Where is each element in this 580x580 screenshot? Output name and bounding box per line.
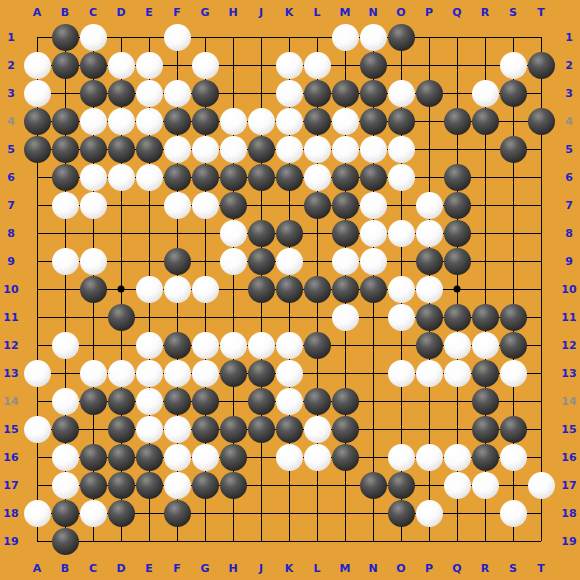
board-cell-B10[interactable] bbox=[51, 275, 79, 303]
board-cell-H6[interactable] bbox=[219, 163, 247, 191]
board-cell-E9[interactable] bbox=[135, 247, 163, 275]
board-cell-D2[interactable] bbox=[107, 51, 135, 79]
board-cell-K11[interactable] bbox=[275, 303, 303, 331]
board-cell-K1[interactable] bbox=[275, 23, 303, 51]
board-cell-E8[interactable] bbox=[135, 219, 163, 247]
board-cell-Q5[interactable] bbox=[443, 135, 471, 163]
board-cell-E7[interactable] bbox=[135, 191, 163, 219]
board-cell-L1[interactable] bbox=[303, 23, 331, 51]
board-cell-E4[interactable] bbox=[135, 107, 163, 135]
board-cell-K7[interactable] bbox=[275, 191, 303, 219]
board-cell-F15[interactable] bbox=[163, 415, 191, 443]
board-cell-O1[interactable] bbox=[387, 23, 415, 51]
board-cell-O11[interactable] bbox=[387, 303, 415, 331]
board-cell-K18[interactable] bbox=[275, 499, 303, 527]
board-cell-N5[interactable] bbox=[359, 135, 387, 163]
board-cell-D12[interactable] bbox=[107, 331, 135, 359]
board-cell-G2[interactable] bbox=[191, 51, 219, 79]
board-cell-F17[interactable] bbox=[163, 471, 191, 499]
board-cell-A5[interactable] bbox=[23, 135, 51, 163]
board-cell-J8[interactable] bbox=[247, 219, 275, 247]
board-cell-Q1[interactable] bbox=[443, 23, 471, 51]
board-cell-Q18[interactable] bbox=[443, 499, 471, 527]
board-cell-A3[interactable] bbox=[23, 79, 51, 107]
board-cell-S7[interactable] bbox=[499, 191, 527, 219]
board-cell-L2[interactable] bbox=[303, 51, 331, 79]
board-cell-B4[interactable] bbox=[51, 107, 79, 135]
board-cell-O9[interactable] bbox=[387, 247, 415, 275]
board-cell-R18[interactable] bbox=[471, 499, 499, 527]
board-cell-G9[interactable] bbox=[191, 247, 219, 275]
board-cell-R5[interactable] bbox=[471, 135, 499, 163]
board-cell-T16[interactable] bbox=[527, 443, 555, 471]
board-cell-E10[interactable] bbox=[135, 275, 163, 303]
board-cell-T2[interactable] bbox=[527, 51, 555, 79]
board-cell-S11[interactable] bbox=[499, 303, 527, 331]
board-cell-T14[interactable] bbox=[527, 387, 555, 415]
board-cell-Q12[interactable] bbox=[443, 331, 471, 359]
board-cell-M11[interactable] bbox=[331, 303, 359, 331]
board-cell-O8[interactable] bbox=[387, 219, 415, 247]
board-cell-Q13[interactable] bbox=[443, 359, 471, 387]
board-cell-J3[interactable] bbox=[247, 79, 275, 107]
board-cell-K16[interactable] bbox=[275, 443, 303, 471]
board-cell-B17[interactable] bbox=[51, 471, 79, 499]
board-cell-F12[interactable] bbox=[163, 331, 191, 359]
board-cell-D6[interactable] bbox=[107, 163, 135, 191]
board-cell-D1[interactable] bbox=[107, 23, 135, 51]
board-cell-G17[interactable] bbox=[191, 471, 219, 499]
board-cell-Q10[interactable] bbox=[443, 275, 471, 303]
board-cell-D7[interactable] bbox=[107, 191, 135, 219]
board-cell-A19[interactable] bbox=[23, 527, 51, 555]
board-cell-G19[interactable] bbox=[191, 527, 219, 555]
board-cell-N4[interactable] bbox=[359, 107, 387, 135]
board-cell-Q8[interactable] bbox=[443, 219, 471, 247]
board-cell-N13[interactable] bbox=[359, 359, 387, 387]
board-cell-Q2[interactable] bbox=[443, 51, 471, 79]
board-cell-K9[interactable] bbox=[275, 247, 303, 275]
board-cell-P15[interactable] bbox=[415, 415, 443, 443]
board-cell-J12[interactable] bbox=[247, 331, 275, 359]
board-cell-T17[interactable] bbox=[527, 471, 555, 499]
board-cell-A15[interactable] bbox=[23, 415, 51, 443]
board-cell-K3[interactable] bbox=[275, 79, 303, 107]
board-cell-O5[interactable] bbox=[387, 135, 415, 163]
board-cell-L15[interactable] bbox=[303, 415, 331, 443]
board-cell-M16[interactable] bbox=[331, 443, 359, 471]
board-cell-T8[interactable] bbox=[527, 219, 555, 247]
board-cell-P12[interactable] bbox=[415, 331, 443, 359]
board-cell-S1[interactable] bbox=[499, 23, 527, 51]
board-cell-R12[interactable] bbox=[471, 331, 499, 359]
board-cell-S14[interactable] bbox=[499, 387, 527, 415]
board-cell-R15[interactable] bbox=[471, 415, 499, 443]
board-cell-N8[interactable] bbox=[359, 219, 387, 247]
board-cell-J19[interactable] bbox=[247, 527, 275, 555]
board-cell-O13[interactable] bbox=[387, 359, 415, 387]
board-cell-M1[interactable] bbox=[331, 23, 359, 51]
board-cell-T5[interactable] bbox=[527, 135, 555, 163]
board-cell-C4[interactable] bbox=[79, 107, 107, 135]
board-cell-O14[interactable] bbox=[387, 387, 415, 415]
board-cell-B12[interactable] bbox=[51, 331, 79, 359]
board-cell-D19[interactable] bbox=[107, 527, 135, 555]
board-cell-J4[interactable] bbox=[247, 107, 275, 135]
board-cell-T10[interactable] bbox=[527, 275, 555, 303]
board-cell-G14[interactable] bbox=[191, 387, 219, 415]
board-cell-B14[interactable] bbox=[51, 387, 79, 415]
board-cell-B19[interactable] bbox=[51, 527, 79, 555]
board-cell-A1[interactable] bbox=[23, 23, 51, 51]
board-cell-F8[interactable] bbox=[163, 219, 191, 247]
board-cell-E12[interactable] bbox=[135, 331, 163, 359]
board-cell-A18[interactable] bbox=[23, 499, 51, 527]
board-cell-A12[interactable] bbox=[23, 331, 51, 359]
board-cell-A14[interactable] bbox=[23, 387, 51, 415]
board-cell-H12[interactable] bbox=[219, 331, 247, 359]
board-cell-L11[interactable] bbox=[303, 303, 331, 331]
board-cell-F16[interactable] bbox=[163, 443, 191, 471]
board-cell-P6[interactable] bbox=[415, 163, 443, 191]
board-cell-F13[interactable] bbox=[163, 359, 191, 387]
board-cell-C8[interactable] bbox=[79, 219, 107, 247]
board-cell-P7[interactable] bbox=[415, 191, 443, 219]
board-cell-H5[interactable] bbox=[219, 135, 247, 163]
board-cell-E5[interactable] bbox=[135, 135, 163, 163]
board-cell-M13[interactable] bbox=[331, 359, 359, 387]
board-cell-S6[interactable] bbox=[499, 163, 527, 191]
board-cell-P18[interactable] bbox=[415, 499, 443, 527]
board-cell-C5[interactable] bbox=[79, 135, 107, 163]
board-cell-N9[interactable] bbox=[359, 247, 387, 275]
board-cell-P2[interactable] bbox=[415, 51, 443, 79]
board-cell-G16[interactable] bbox=[191, 443, 219, 471]
board-cell-G12[interactable] bbox=[191, 331, 219, 359]
board-cell-F9[interactable] bbox=[163, 247, 191, 275]
board-cell-D3[interactable] bbox=[107, 79, 135, 107]
board-cell-S15[interactable] bbox=[499, 415, 527, 443]
board-cell-H13[interactable] bbox=[219, 359, 247, 387]
board-cell-A11[interactable] bbox=[23, 303, 51, 331]
board-cell-M4[interactable] bbox=[331, 107, 359, 135]
board-cell-L7[interactable] bbox=[303, 191, 331, 219]
board-cell-N2[interactable] bbox=[359, 51, 387, 79]
board-cell-Q14[interactable] bbox=[443, 387, 471, 415]
board-cell-L14[interactable] bbox=[303, 387, 331, 415]
board-cell-M12[interactable] bbox=[331, 331, 359, 359]
board-cell-E14[interactable] bbox=[135, 387, 163, 415]
board-cell-C17[interactable] bbox=[79, 471, 107, 499]
board-cell-A8[interactable] bbox=[23, 219, 51, 247]
board-cell-F18[interactable] bbox=[163, 499, 191, 527]
board-cell-J2[interactable] bbox=[247, 51, 275, 79]
board-cell-K8[interactable] bbox=[275, 219, 303, 247]
board-cell-P16[interactable] bbox=[415, 443, 443, 471]
board-cell-P10[interactable] bbox=[415, 275, 443, 303]
board-cell-Q16[interactable] bbox=[443, 443, 471, 471]
board-cell-L13[interactable] bbox=[303, 359, 331, 387]
board-cell-P13[interactable] bbox=[415, 359, 443, 387]
board-cell-K15[interactable] bbox=[275, 415, 303, 443]
board-cell-E2[interactable] bbox=[135, 51, 163, 79]
board-cell-C11[interactable] bbox=[79, 303, 107, 331]
board-cell-G11[interactable] bbox=[191, 303, 219, 331]
board-cell-R14[interactable] bbox=[471, 387, 499, 415]
board-cell-H3[interactable] bbox=[219, 79, 247, 107]
board-cell-D4[interactable] bbox=[107, 107, 135, 135]
board-cell-B13[interactable] bbox=[51, 359, 79, 387]
board-cell-J6[interactable] bbox=[247, 163, 275, 191]
board-cell-M14[interactable] bbox=[331, 387, 359, 415]
board-cell-L8[interactable] bbox=[303, 219, 331, 247]
board-cell-P14[interactable] bbox=[415, 387, 443, 415]
board-cell-B3[interactable] bbox=[51, 79, 79, 107]
board-cell-P19[interactable] bbox=[415, 527, 443, 555]
board-cell-P3[interactable] bbox=[415, 79, 443, 107]
board-cell-G8[interactable] bbox=[191, 219, 219, 247]
board-cell-K6[interactable] bbox=[275, 163, 303, 191]
board-cell-B16[interactable] bbox=[51, 443, 79, 471]
board-cell-J17[interactable] bbox=[247, 471, 275, 499]
board-cell-R8[interactable] bbox=[471, 219, 499, 247]
board-cell-B7[interactable] bbox=[51, 191, 79, 219]
board-cell-P17[interactable] bbox=[415, 471, 443, 499]
board-cell-Q15[interactable] bbox=[443, 415, 471, 443]
board-cell-P11[interactable] bbox=[415, 303, 443, 331]
board-cell-L4[interactable] bbox=[303, 107, 331, 135]
board-cell-F1[interactable] bbox=[163, 23, 191, 51]
board-cell-P4[interactable] bbox=[415, 107, 443, 135]
board-cell-G15[interactable] bbox=[191, 415, 219, 443]
board-cell-J1[interactable] bbox=[247, 23, 275, 51]
board-cell-Q7[interactable] bbox=[443, 191, 471, 219]
board-cell-H19[interactable] bbox=[219, 527, 247, 555]
board-cell-N15[interactable] bbox=[359, 415, 387, 443]
board-cell-F7[interactable] bbox=[163, 191, 191, 219]
board-cell-B6[interactable] bbox=[51, 163, 79, 191]
board-cell-L19[interactable] bbox=[303, 527, 331, 555]
board-cell-B5[interactable] bbox=[51, 135, 79, 163]
board-cell-O3[interactable] bbox=[387, 79, 415, 107]
board-cell-O7[interactable] bbox=[387, 191, 415, 219]
board-cell-M9[interactable] bbox=[331, 247, 359, 275]
board-cell-S16[interactable] bbox=[499, 443, 527, 471]
board-cell-G4[interactable] bbox=[191, 107, 219, 135]
board-cell-C2[interactable] bbox=[79, 51, 107, 79]
board-cell-C6[interactable] bbox=[79, 163, 107, 191]
board-cell-S13[interactable] bbox=[499, 359, 527, 387]
board-cell-A16[interactable] bbox=[23, 443, 51, 471]
board-cell-A9[interactable] bbox=[23, 247, 51, 275]
board-cell-S12[interactable] bbox=[499, 331, 527, 359]
board-cell-M7[interactable] bbox=[331, 191, 359, 219]
board-cell-G10[interactable] bbox=[191, 275, 219, 303]
board-cell-R17[interactable] bbox=[471, 471, 499, 499]
board-cell-G3[interactable] bbox=[191, 79, 219, 107]
board-cell-J10[interactable] bbox=[247, 275, 275, 303]
board-cell-O4[interactable] bbox=[387, 107, 415, 135]
board-cell-J14[interactable] bbox=[247, 387, 275, 415]
board-cell-J11[interactable] bbox=[247, 303, 275, 331]
board-cell-K5[interactable] bbox=[275, 135, 303, 163]
board-cell-F11[interactable] bbox=[163, 303, 191, 331]
board-cell-N1[interactable] bbox=[359, 23, 387, 51]
board-cell-N17[interactable] bbox=[359, 471, 387, 499]
board-cell-S9[interactable] bbox=[499, 247, 527, 275]
board-cell-B15[interactable] bbox=[51, 415, 79, 443]
board-cell-N7[interactable] bbox=[359, 191, 387, 219]
board-cell-E1[interactable] bbox=[135, 23, 163, 51]
board-cell-G6[interactable] bbox=[191, 163, 219, 191]
board-cell-M19[interactable] bbox=[331, 527, 359, 555]
board-cell-D9[interactable] bbox=[107, 247, 135, 275]
board-cell-G1[interactable] bbox=[191, 23, 219, 51]
board-cell-J18[interactable] bbox=[247, 499, 275, 527]
board-cell-D18[interactable] bbox=[107, 499, 135, 527]
board-cell-L18[interactable] bbox=[303, 499, 331, 527]
board-cell-T9[interactable] bbox=[527, 247, 555, 275]
board-cell-T11[interactable] bbox=[527, 303, 555, 331]
board-cell-R6[interactable] bbox=[471, 163, 499, 191]
board-cell-F2[interactable] bbox=[163, 51, 191, 79]
board-cell-M2[interactable] bbox=[331, 51, 359, 79]
board-cell-H7[interactable] bbox=[219, 191, 247, 219]
board-cell-M5[interactable] bbox=[331, 135, 359, 163]
board-cell-C7[interactable] bbox=[79, 191, 107, 219]
board-cell-L16[interactable] bbox=[303, 443, 331, 471]
board-cell-G7[interactable] bbox=[191, 191, 219, 219]
board-cell-M10[interactable] bbox=[331, 275, 359, 303]
board-cell-B2[interactable] bbox=[51, 51, 79, 79]
board-cell-F19[interactable] bbox=[163, 527, 191, 555]
board-cell-L12[interactable] bbox=[303, 331, 331, 359]
board-cell-M6[interactable] bbox=[331, 163, 359, 191]
board-cell-F10[interactable] bbox=[163, 275, 191, 303]
board-cell-L10[interactable] bbox=[303, 275, 331, 303]
board-cell-N11[interactable] bbox=[359, 303, 387, 331]
board-cell-O15[interactable] bbox=[387, 415, 415, 443]
board-cell-T13[interactable] bbox=[527, 359, 555, 387]
board-cell-M8[interactable] bbox=[331, 219, 359, 247]
board-cell-D8[interactable] bbox=[107, 219, 135, 247]
board-cell-S4[interactable] bbox=[499, 107, 527, 135]
board-cell-T19[interactable] bbox=[527, 527, 555, 555]
board-cell-R10[interactable] bbox=[471, 275, 499, 303]
board-cell-H4[interactable] bbox=[219, 107, 247, 135]
board-cell-S5[interactable] bbox=[499, 135, 527, 163]
board-cell-J15[interactable] bbox=[247, 415, 275, 443]
board-cell-F4[interactable] bbox=[163, 107, 191, 135]
board-cell-Q4[interactable] bbox=[443, 107, 471, 135]
board-cell-E3[interactable] bbox=[135, 79, 163, 107]
board-cell-O6[interactable] bbox=[387, 163, 415, 191]
board-cell-A4[interactable] bbox=[23, 107, 51, 135]
board-cell-H18[interactable] bbox=[219, 499, 247, 527]
board-cell-B18[interactable] bbox=[51, 499, 79, 527]
board-cell-C3[interactable] bbox=[79, 79, 107, 107]
board-cell-T6[interactable] bbox=[527, 163, 555, 191]
board-cell-A13[interactable] bbox=[23, 359, 51, 387]
board-cell-N3[interactable] bbox=[359, 79, 387, 107]
board-cell-A6[interactable] bbox=[23, 163, 51, 191]
board-cell-E19[interactable] bbox=[135, 527, 163, 555]
board-cell-H10[interactable] bbox=[219, 275, 247, 303]
board-cell-J16[interactable] bbox=[247, 443, 275, 471]
board-cell-D16[interactable] bbox=[107, 443, 135, 471]
board-cell-R7[interactable] bbox=[471, 191, 499, 219]
board-cell-K12[interactable] bbox=[275, 331, 303, 359]
board-cell-C14[interactable] bbox=[79, 387, 107, 415]
board-cell-O10[interactable] bbox=[387, 275, 415, 303]
board-cell-E13[interactable] bbox=[135, 359, 163, 387]
board-cell-J9[interactable] bbox=[247, 247, 275, 275]
board-cell-K14[interactable] bbox=[275, 387, 303, 415]
board-cell-M18[interactable] bbox=[331, 499, 359, 527]
board-cell-T1[interactable] bbox=[527, 23, 555, 51]
board-cell-D15[interactable] bbox=[107, 415, 135, 443]
board-cell-G13[interactable] bbox=[191, 359, 219, 387]
board-cell-K13[interactable] bbox=[275, 359, 303, 387]
board-cell-O17[interactable] bbox=[387, 471, 415, 499]
board-cell-O2[interactable] bbox=[387, 51, 415, 79]
board-cell-C16[interactable] bbox=[79, 443, 107, 471]
board-cell-S18[interactable] bbox=[499, 499, 527, 527]
board-cell-O12[interactable] bbox=[387, 331, 415, 359]
board-cell-J5[interactable] bbox=[247, 135, 275, 163]
board-cell-Q17[interactable] bbox=[443, 471, 471, 499]
board-cell-N10[interactable] bbox=[359, 275, 387, 303]
board-cell-P5[interactable] bbox=[415, 135, 443, 163]
board-cell-C15[interactable] bbox=[79, 415, 107, 443]
board-cell-O18[interactable] bbox=[387, 499, 415, 527]
board-cell-K2[interactable] bbox=[275, 51, 303, 79]
board-cell-R13[interactable] bbox=[471, 359, 499, 387]
board-cell-T12[interactable] bbox=[527, 331, 555, 359]
board-cell-F6[interactable] bbox=[163, 163, 191, 191]
board-cell-N18[interactable] bbox=[359, 499, 387, 527]
board-cell-N6[interactable] bbox=[359, 163, 387, 191]
board-cell-K4[interactable] bbox=[275, 107, 303, 135]
board-cell-S3[interactable] bbox=[499, 79, 527, 107]
board-cell-G5[interactable] bbox=[191, 135, 219, 163]
board-cell-H9[interactable] bbox=[219, 247, 247, 275]
board-cell-L5[interactable] bbox=[303, 135, 331, 163]
board-cell-Q6[interactable] bbox=[443, 163, 471, 191]
board-cell-K10[interactable] bbox=[275, 275, 303, 303]
board-cell-H8[interactable] bbox=[219, 219, 247, 247]
board-cell-C13[interactable] bbox=[79, 359, 107, 387]
board-cell-C1[interactable] bbox=[79, 23, 107, 51]
board-cell-N12[interactable] bbox=[359, 331, 387, 359]
board-cell-P1[interactable] bbox=[415, 23, 443, 51]
board-cell-P8[interactable] bbox=[415, 219, 443, 247]
board-cell-R1[interactable] bbox=[471, 23, 499, 51]
board-cell-J13[interactable] bbox=[247, 359, 275, 387]
board-cell-R11[interactable] bbox=[471, 303, 499, 331]
board-cell-L9[interactable] bbox=[303, 247, 331, 275]
board-cell-N16[interactable] bbox=[359, 443, 387, 471]
board-cell-S10[interactable] bbox=[499, 275, 527, 303]
board-cell-Q3[interactable] bbox=[443, 79, 471, 107]
board-cell-H2[interactable] bbox=[219, 51, 247, 79]
board-cell-H16[interactable] bbox=[219, 443, 247, 471]
board-cell-B9[interactable] bbox=[51, 247, 79, 275]
board-cell-E16[interactable] bbox=[135, 443, 163, 471]
board-cell-R3[interactable] bbox=[471, 79, 499, 107]
board-cell-M17[interactable] bbox=[331, 471, 359, 499]
board-cell-K17[interactable] bbox=[275, 471, 303, 499]
